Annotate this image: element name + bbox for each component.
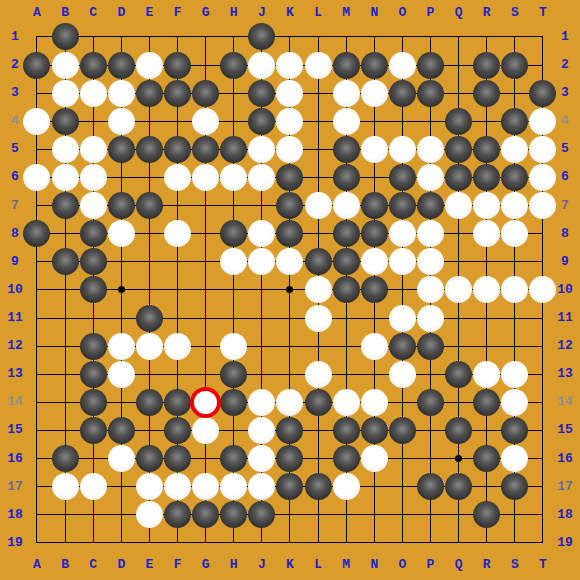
intersection-H18[interactable] (220, 501, 248, 529)
intersection-G3[interactable] (192, 79, 220, 107)
intersection-P12[interactable] (416, 332, 444, 360)
intersection-D7[interactable] (107, 192, 135, 220)
intersection-R1[interactable] (473, 23, 501, 51)
intersection-M12[interactable] (332, 332, 360, 360)
intersection-L12[interactable] (304, 332, 332, 360)
intersection-S11[interactable] (501, 304, 529, 332)
intersection-O18[interactable] (388, 501, 416, 529)
intersection-F1[interactable] (163, 23, 191, 51)
intersection-K5[interactable] (276, 135, 304, 163)
intersection-B11[interactable] (51, 304, 79, 332)
intersection-F19[interactable] (163, 529, 191, 557)
intersection-S8[interactable] (501, 220, 529, 248)
intersection-B12[interactable] (51, 332, 79, 360)
intersection-A8[interactable] (23, 220, 51, 248)
intersection-H14[interactable] (220, 388, 248, 416)
intersection-T6[interactable] (529, 163, 557, 191)
intersection-M4[interactable] (332, 107, 360, 135)
intersection-J11[interactable] (248, 304, 276, 332)
intersection-T13[interactable] (529, 360, 557, 388)
intersection-B1[interactable] (51, 23, 79, 51)
intersection-N17[interactable] (360, 473, 388, 501)
intersection-S19[interactable] (501, 529, 529, 557)
intersection-C11[interactable] (79, 304, 107, 332)
intersection-E14[interactable] (135, 388, 163, 416)
intersection-E5[interactable] (135, 135, 163, 163)
intersection-B15[interactable] (51, 416, 79, 444)
intersection-F7[interactable] (163, 192, 191, 220)
intersection-P7[interactable] (416, 192, 444, 220)
intersection-O15[interactable] (388, 416, 416, 444)
intersection-F12[interactable] (163, 332, 191, 360)
intersection-E7[interactable] (135, 192, 163, 220)
intersection-D16[interactable] (107, 445, 135, 473)
intersection-G19[interactable] (192, 529, 220, 557)
intersection-T18[interactable] (529, 501, 557, 529)
intersection-P1[interactable] (416, 23, 444, 51)
intersection-K12[interactable] (276, 332, 304, 360)
intersection-K2[interactable] (276, 51, 304, 79)
intersection-P13[interactable] (416, 360, 444, 388)
intersection-A18[interactable] (23, 501, 51, 529)
intersection-M5[interactable] (332, 135, 360, 163)
intersection-E17[interactable] (135, 473, 163, 501)
intersection-E13[interactable] (135, 360, 163, 388)
intersection-K10[interactable] (276, 276, 304, 304)
intersection-N19[interactable] (360, 529, 388, 557)
intersection-L9[interactable] (304, 248, 332, 276)
intersection-L3[interactable] (304, 79, 332, 107)
intersection-Q2[interactable] (445, 51, 473, 79)
intersection-G15[interactable] (192, 416, 220, 444)
intersection-D12[interactable] (107, 332, 135, 360)
intersection-L17[interactable] (304, 473, 332, 501)
intersection-A16[interactable] (23, 445, 51, 473)
intersection-S1[interactable] (501, 23, 529, 51)
intersection-C12[interactable] (79, 332, 107, 360)
intersection-C7[interactable] (79, 192, 107, 220)
intersection-O3[interactable] (388, 79, 416, 107)
intersection-O5[interactable] (388, 135, 416, 163)
intersection-G12[interactable] (192, 332, 220, 360)
intersection-H6[interactable] (220, 163, 248, 191)
intersection-S7[interactable] (501, 192, 529, 220)
intersection-P9[interactable] (416, 248, 444, 276)
intersection-F17[interactable] (163, 473, 191, 501)
intersection-D2[interactable] (107, 51, 135, 79)
intersection-S13[interactable] (501, 360, 529, 388)
intersection-R2[interactable] (473, 51, 501, 79)
intersection-A1[interactable] (23, 23, 51, 51)
intersection-H19[interactable] (220, 529, 248, 557)
intersection-M11[interactable] (332, 304, 360, 332)
intersection-B14[interactable] (51, 388, 79, 416)
intersection-S4[interactable] (501, 107, 529, 135)
intersection-O2[interactable] (388, 51, 416, 79)
intersection-H9[interactable] (220, 248, 248, 276)
intersection-H13[interactable] (220, 360, 248, 388)
intersection-J3[interactable] (248, 79, 276, 107)
intersection-A5[interactable] (23, 135, 51, 163)
intersection-M10[interactable] (332, 276, 360, 304)
intersection-T9[interactable] (529, 248, 557, 276)
intersection-Q1[interactable] (445, 23, 473, 51)
intersection-P17[interactable] (416, 473, 444, 501)
intersection-A10[interactable] (23, 276, 51, 304)
intersection-D1[interactable] (107, 23, 135, 51)
intersection-S10[interactable] (501, 276, 529, 304)
intersection-L2[interactable] (304, 51, 332, 79)
intersection-B7[interactable] (51, 192, 79, 220)
intersection-S18[interactable] (501, 501, 529, 529)
intersection-K1[interactable] (276, 23, 304, 51)
intersection-K13[interactable] (276, 360, 304, 388)
intersection-D14[interactable] (107, 388, 135, 416)
intersection-E15[interactable] (135, 416, 163, 444)
intersection-E1[interactable] (135, 23, 163, 51)
intersection-M16[interactable] (332, 445, 360, 473)
intersection-A12[interactable] (23, 332, 51, 360)
intersection-M6[interactable] (332, 163, 360, 191)
intersection-R16[interactable] (473, 445, 501, 473)
intersection-P14[interactable] (416, 388, 444, 416)
intersection-E11[interactable] (135, 304, 163, 332)
intersection-F10[interactable] (163, 276, 191, 304)
intersection-A3[interactable] (23, 79, 51, 107)
intersection-F2[interactable] (163, 51, 191, 79)
intersection-H2[interactable] (220, 51, 248, 79)
intersection-G17[interactable] (192, 473, 220, 501)
intersection-G8[interactable] (192, 220, 220, 248)
intersection-B8[interactable] (51, 220, 79, 248)
intersection-G14[interactable] (192, 388, 220, 416)
intersection-K6[interactable] (276, 163, 304, 191)
intersection-R14[interactable] (473, 388, 501, 416)
intersection-J6[interactable] (248, 163, 276, 191)
intersection-N16[interactable] (360, 445, 388, 473)
intersection-C4[interactable] (79, 107, 107, 135)
intersection-Q18[interactable] (445, 501, 473, 529)
intersection-D3[interactable] (107, 79, 135, 107)
intersection-R3[interactable] (473, 79, 501, 107)
intersection-S6[interactable] (501, 163, 529, 191)
intersection-Q6[interactable] (445, 163, 473, 191)
intersection-B17[interactable] (51, 473, 79, 501)
intersection-K3[interactable] (276, 79, 304, 107)
intersection-K16[interactable] (276, 445, 304, 473)
intersection-O11[interactable] (388, 304, 416, 332)
intersection-Q5[interactable] (445, 135, 473, 163)
intersection-D17[interactable] (107, 473, 135, 501)
intersection-H16[interactable] (220, 445, 248, 473)
intersection-M7[interactable] (332, 192, 360, 220)
intersection-Q4[interactable] (445, 107, 473, 135)
intersection-M15[interactable] (332, 416, 360, 444)
intersection-E12[interactable] (135, 332, 163, 360)
intersection-A2[interactable] (23, 51, 51, 79)
intersection-H4[interactable] (220, 107, 248, 135)
intersection-O8[interactable] (388, 220, 416, 248)
intersection-T4[interactable] (529, 107, 557, 135)
intersection-N3[interactable] (360, 79, 388, 107)
intersection-K11[interactable] (276, 304, 304, 332)
intersection-J12[interactable] (248, 332, 276, 360)
intersection-D8[interactable] (107, 220, 135, 248)
intersection-N10[interactable] (360, 276, 388, 304)
intersection-P2[interactable] (416, 51, 444, 79)
intersection-D19[interactable] (107, 529, 135, 557)
intersection-B16[interactable] (51, 445, 79, 473)
intersection-A15[interactable] (23, 416, 51, 444)
intersection-T3[interactable] (529, 79, 557, 107)
intersection-G10[interactable] (192, 276, 220, 304)
intersection-O4[interactable] (388, 107, 416, 135)
intersection-D18[interactable] (107, 501, 135, 529)
intersection-R8[interactable] (473, 220, 501, 248)
intersection-S14[interactable] (501, 388, 529, 416)
intersection-K19[interactable] (276, 529, 304, 557)
intersection-K18[interactable] (276, 501, 304, 529)
intersection-G6[interactable] (192, 163, 220, 191)
intersection-D11[interactable] (107, 304, 135, 332)
intersection-T16[interactable] (529, 445, 557, 473)
intersection-S17[interactable] (501, 473, 529, 501)
intersection-H15[interactable] (220, 416, 248, 444)
intersection-G4[interactable] (192, 107, 220, 135)
intersection-N4[interactable] (360, 107, 388, 135)
intersection-Q17[interactable] (445, 473, 473, 501)
intersection-J16[interactable] (248, 445, 276, 473)
intersection-F16[interactable] (163, 445, 191, 473)
intersection-F18[interactable] (163, 501, 191, 529)
intersection-H12[interactable] (220, 332, 248, 360)
intersection-P3[interactable] (416, 79, 444, 107)
intersection-N9[interactable] (360, 248, 388, 276)
intersection-D15[interactable] (107, 416, 135, 444)
intersection-D9[interactable] (107, 248, 135, 276)
intersection-M19[interactable] (332, 529, 360, 557)
intersection-F15[interactable] (163, 416, 191, 444)
intersection-O10[interactable] (388, 276, 416, 304)
intersection-N14[interactable] (360, 388, 388, 416)
intersection-H1[interactable] (220, 23, 248, 51)
intersection-L16[interactable] (304, 445, 332, 473)
intersection-L11[interactable] (304, 304, 332, 332)
intersection-C6[interactable] (79, 163, 107, 191)
intersection-D13[interactable] (107, 360, 135, 388)
intersection-M3[interactable] (332, 79, 360, 107)
intersection-A13[interactable] (23, 360, 51, 388)
intersection-C14[interactable] (79, 388, 107, 416)
intersection-F13[interactable] (163, 360, 191, 388)
intersection-O14[interactable] (388, 388, 416, 416)
intersection-F6[interactable] (163, 163, 191, 191)
intersection-M17[interactable] (332, 473, 360, 501)
intersection-T10[interactable] (529, 276, 557, 304)
intersection-R15[interactable] (473, 416, 501, 444)
intersection-A14[interactable] (23, 388, 51, 416)
intersection-C18[interactable] (79, 501, 107, 529)
intersection-C10[interactable] (79, 276, 107, 304)
intersection-Q7[interactable] (445, 192, 473, 220)
intersection-Q9[interactable] (445, 248, 473, 276)
intersection-K8[interactable] (276, 220, 304, 248)
intersection-C3[interactable] (79, 79, 107, 107)
intersection-R12[interactable] (473, 332, 501, 360)
intersection-T14[interactable] (529, 388, 557, 416)
intersection-K9[interactable] (276, 248, 304, 276)
intersection-H11[interactable] (220, 304, 248, 332)
intersection-G18[interactable] (192, 501, 220, 529)
intersection-C8[interactable] (79, 220, 107, 248)
intersection-B19[interactable] (51, 529, 79, 557)
intersection-R10[interactable] (473, 276, 501, 304)
intersection-L8[interactable] (304, 220, 332, 248)
intersection-S12[interactable] (501, 332, 529, 360)
intersection-D5[interactable] (107, 135, 135, 163)
intersection-O13[interactable] (388, 360, 416, 388)
intersection-T12[interactable] (529, 332, 557, 360)
intersection-P18[interactable] (416, 501, 444, 529)
intersection-N7[interactable] (360, 192, 388, 220)
intersection-C16[interactable] (79, 445, 107, 473)
intersection-K14[interactable] (276, 388, 304, 416)
intersection-L10[interactable] (304, 276, 332, 304)
intersection-R7[interactable] (473, 192, 501, 220)
intersection-G1[interactable] (192, 23, 220, 51)
intersection-B6[interactable] (51, 163, 79, 191)
intersection-P19[interactable] (416, 529, 444, 557)
intersection-Q10[interactable] (445, 276, 473, 304)
intersection-Q15[interactable] (445, 416, 473, 444)
intersection-L14[interactable] (304, 388, 332, 416)
intersection-R9[interactable] (473, 248, 501, 276)
intersection-A6[interactable] (23, 163, 51, 191)
intersection-L13[interactable] (304, 360, 332, 388)
intersection-O9[interactable] (388, 248, 416, 276)
intersection-B2[interactable] (51, 51, 79, 79)
intersection-J19[interactable] (248, 529, 276, 557)
intersection-E16[interactable] (135, 445, 163, 473)
intersection-N12[interactable] (360, 332, 388, 360)
intersection-J1[interactable] (248, 23, 276, 51)
intersection-Q16[interactable] (445, 445, 473, 473)
intersection-E4[interactable] (135, 107, 163, 135)
intersection-S3[interactable] (501, 79, 529, 107)
intersection-T8[interactable] (529, 220, 557, 248)
intersection-T11[interactable] (529, 304, 557, 332)
intersection-A4[interactable] (23, 107, 51, 135)
intersection-H8[interactable] (220, 220, 248, 248)
intersection-J15[interactable] (248, 416, 276, 444)
intersection-M13[interactable] (332, 360, 360, 388)
intersection-S9[interactable] (501, 248, 529, 276)
intersection-C5[interactable] (79, 135, 107, 163)
intersection-O7[interactable] (388, 192, 416, 220)
intersection-C19[interactable] (79, 529, 107, 557)
intersection-S15[interactable] (501, 416, 529, 444)
intersection-E9[interactable] (135, 248, 163, 276)
intersection-N18[interactable] (360, 501, 388, 529)
intersection-R19[interactable] (473, 529, 501, 557)
intersection-B5[interactable] (51, 135, 79, 163)
intersection-F3[interactable] (163, 79, 191, 107)
intersection-Q13[interactable] (445, 360, 473, 388)
intersection-G5[interactable] (192, 135, 220, 163)
intersection-G13[interactable] (192, 360, 220, 388)
intersection-P6[interactable] (416, 163, 444, 191)
intersection-L7[interactable] (304, 192, 332, 220)
intersection-J5[interactable] (248, 135, 276, 163)
intersection-L6[interactable] (304, 163, 332, 191)
intersection-E6[interactable] (135, 163, 163, 191)
intersection-H3[interactable] (220, 79, 248, 107)
intersection-D4[interactable] (107, 107, 135, 135)
intersection-G16[interactable] (192, 445, 220, 473)
intersection-F14[interactable] (163, 388, 191, 416)
intersection-B10[interactable] (51, 276, 79, 304)
intersection-T19[interactable] (529, 529, 557, 557)
intersection-P5[interactable] (416, 135, 444, 163)
intersection-D6[interactable] (107, 163, 135, 191)
intersection-E18[interactable] (135, 501, 163, 529)
intersection-A11[interactable] (23, 304, 51, 332)
intersection-O6[interactable] (388, 163, 416, 191)
intersection-S5[interactable] (501, 135, 529, 163)
intersection-Q19[interactable] (445, 529, 473, 557)
intersection-A19[interactable] (23, 529, 51, 557)
intersection-B4[interactable] (51, 107, 79, 135)
intersection-S16[interactable] (501, 445, 529, 473)
intersection-R13[interactable] (473, 360, 501, 388)
intersection-L5[interactable] (304, 135, 332, 163)
intersection-L4[interactable] (304, 107, 332, 135)
intersection-C13[interactable] (79, 360, 107, 388)
intersection-F4[interactable] (163, 107, 191, 135)
intersection-R18[interactable] (473, 501, 501, 529)
intersection-L18[interactable] (304, 501, 332, 529)
intersection-R17[interactable] (473, 473, 501, 501)
intersection-N6[interactable] (360, 163, 388, 191)
intersection-G11[interactable] (192, 304, 220, 332)
intersection-R5[interactable] (473, 135, 501, 163)
intersection-Q14[interactable] (445, 388, 473, 416)
intersection-M9[interactable] (332, 248, 360, 276)
intersection-L19[interactable] (304, 529, 332, 557)
intersection-M14[interactable] (332, 388, 360, 416)
intersection-O19[interactable] (388, 529, 416, 557)
intersection-N13[interactable] (360, 360, 388, 388)
intersection-J13[interactable] (248, 360, 276, 388)
intersection-D10[interactable] (107, 276, 135, 304)
intersection-J9[interactable] (248, 248, 276, 276)
intersection-P15[interactable] (416, 416, 444, 444)
intersection-J17[interactable] (248, 473, 276, 501)
intersection-C1[interactable] (79, 23, 107, 51)
intersection-L15[interactable] (304, 416, 332, 444)
intersection-Q11[interactable] (445, 304, 473, 332)
intersection-G7[interactable] (192, 192, 220, 220)
intersection-M18[interactable] (332, 501, 360, 529)
intersection-H7[interactable] (220, 192, 248, 220)
intersection-B9[interactable] (51, 248, 79, 276)
intersection-P10[interactable] (416, 276, 444, 304)
intersection-E10[interactable] (135, 276, 163, 304)
intersection-B13[interactable] (51, 360, 79, 388)
intersection-G9[interactable] (192, 248, 220, 276)
intersection-J14[interactable] (248, 388, 276, 416)
intersection-M2[interactable] (332, 51, 360, 79)
